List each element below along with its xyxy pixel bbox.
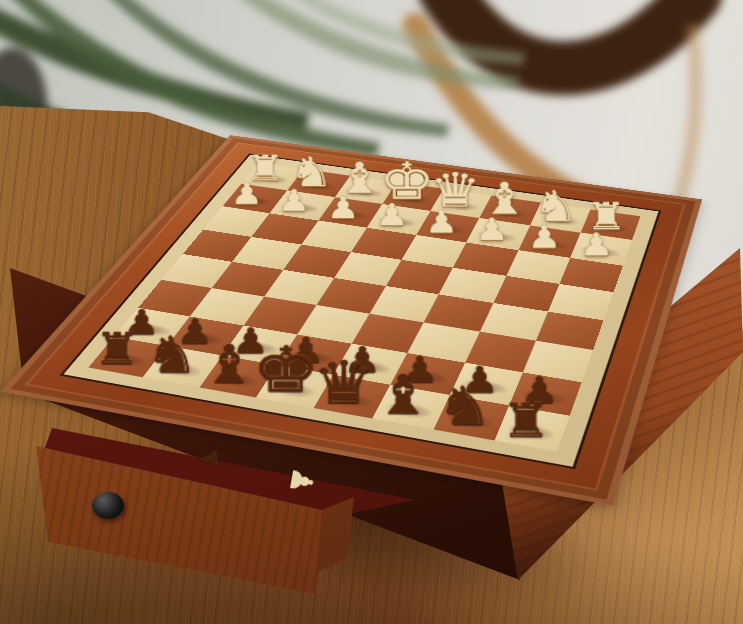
white-pawn[interactable]: ♟ xyxy=(376,200,409,230)
black-queen[interactable]: ♛ xyxy=(312,353,375,412)
white-pawn[interactable]: ♟ xyxy=(527,221,561,252)
white-pawn[interactable]: ♟ xyxy=(425,207,458,238)
chess-board: ♜♞♝♚♛♝♞♜♟♟♟♟♟♟♟♟♟♟♟♟♟♟♟♟♜♞♝♚♛♝♞♜ xyxy=(88,163,640,452)
drawer-knob[interactable] xyxy=(92,492,124,519)
black-bishop[interactable]: ♝ xyxy=(374,368,433,423)
black-bishop[interactable]: ♝ xyxy=(200,338,257,391)
black-knight[interactable]: ♞ xyxy=(436,380,493,433)
black-knight[interactable]: ♞ xyxy=(145,331,199,381)
white-pawn[interactable]: ♟ xyxy=(476,214,510,245)
black-rook[interactable]: ♜ xyxy=(501,397,552,444)
white-pawn[interactable]: ♟ xyxy=(579,229,614,260)
drawer-piece-light-pawn-lying: ♟ xyxy=(284,465,318,497)
white-pawn[interactable]: ♟ xyxy=(231,179,263,209)
white-pawn[interactable]: ♟ xyxy=(327,193,360,223)
black-rook[interactable]: ♜ xyxy=(93,327,141,371)
black-king[interactable]: ♚ xyxy=(252,338,320,401)
drawer-piece-dark-lying: ♟ xyxy=(196,446,223,471)
scene-wooden-chess-set-photo: ♟ ♟ ♜♞♝♚♛♝♞♜♟♟♟♟♟♟♟♟♟♟♟♟♟♟♟♟♜♞♝♚♛♝♞♜ xyxy=(0,0,743,624)
white-pawn[interactable]: ♟ xyxy=(279,186,312,216)
